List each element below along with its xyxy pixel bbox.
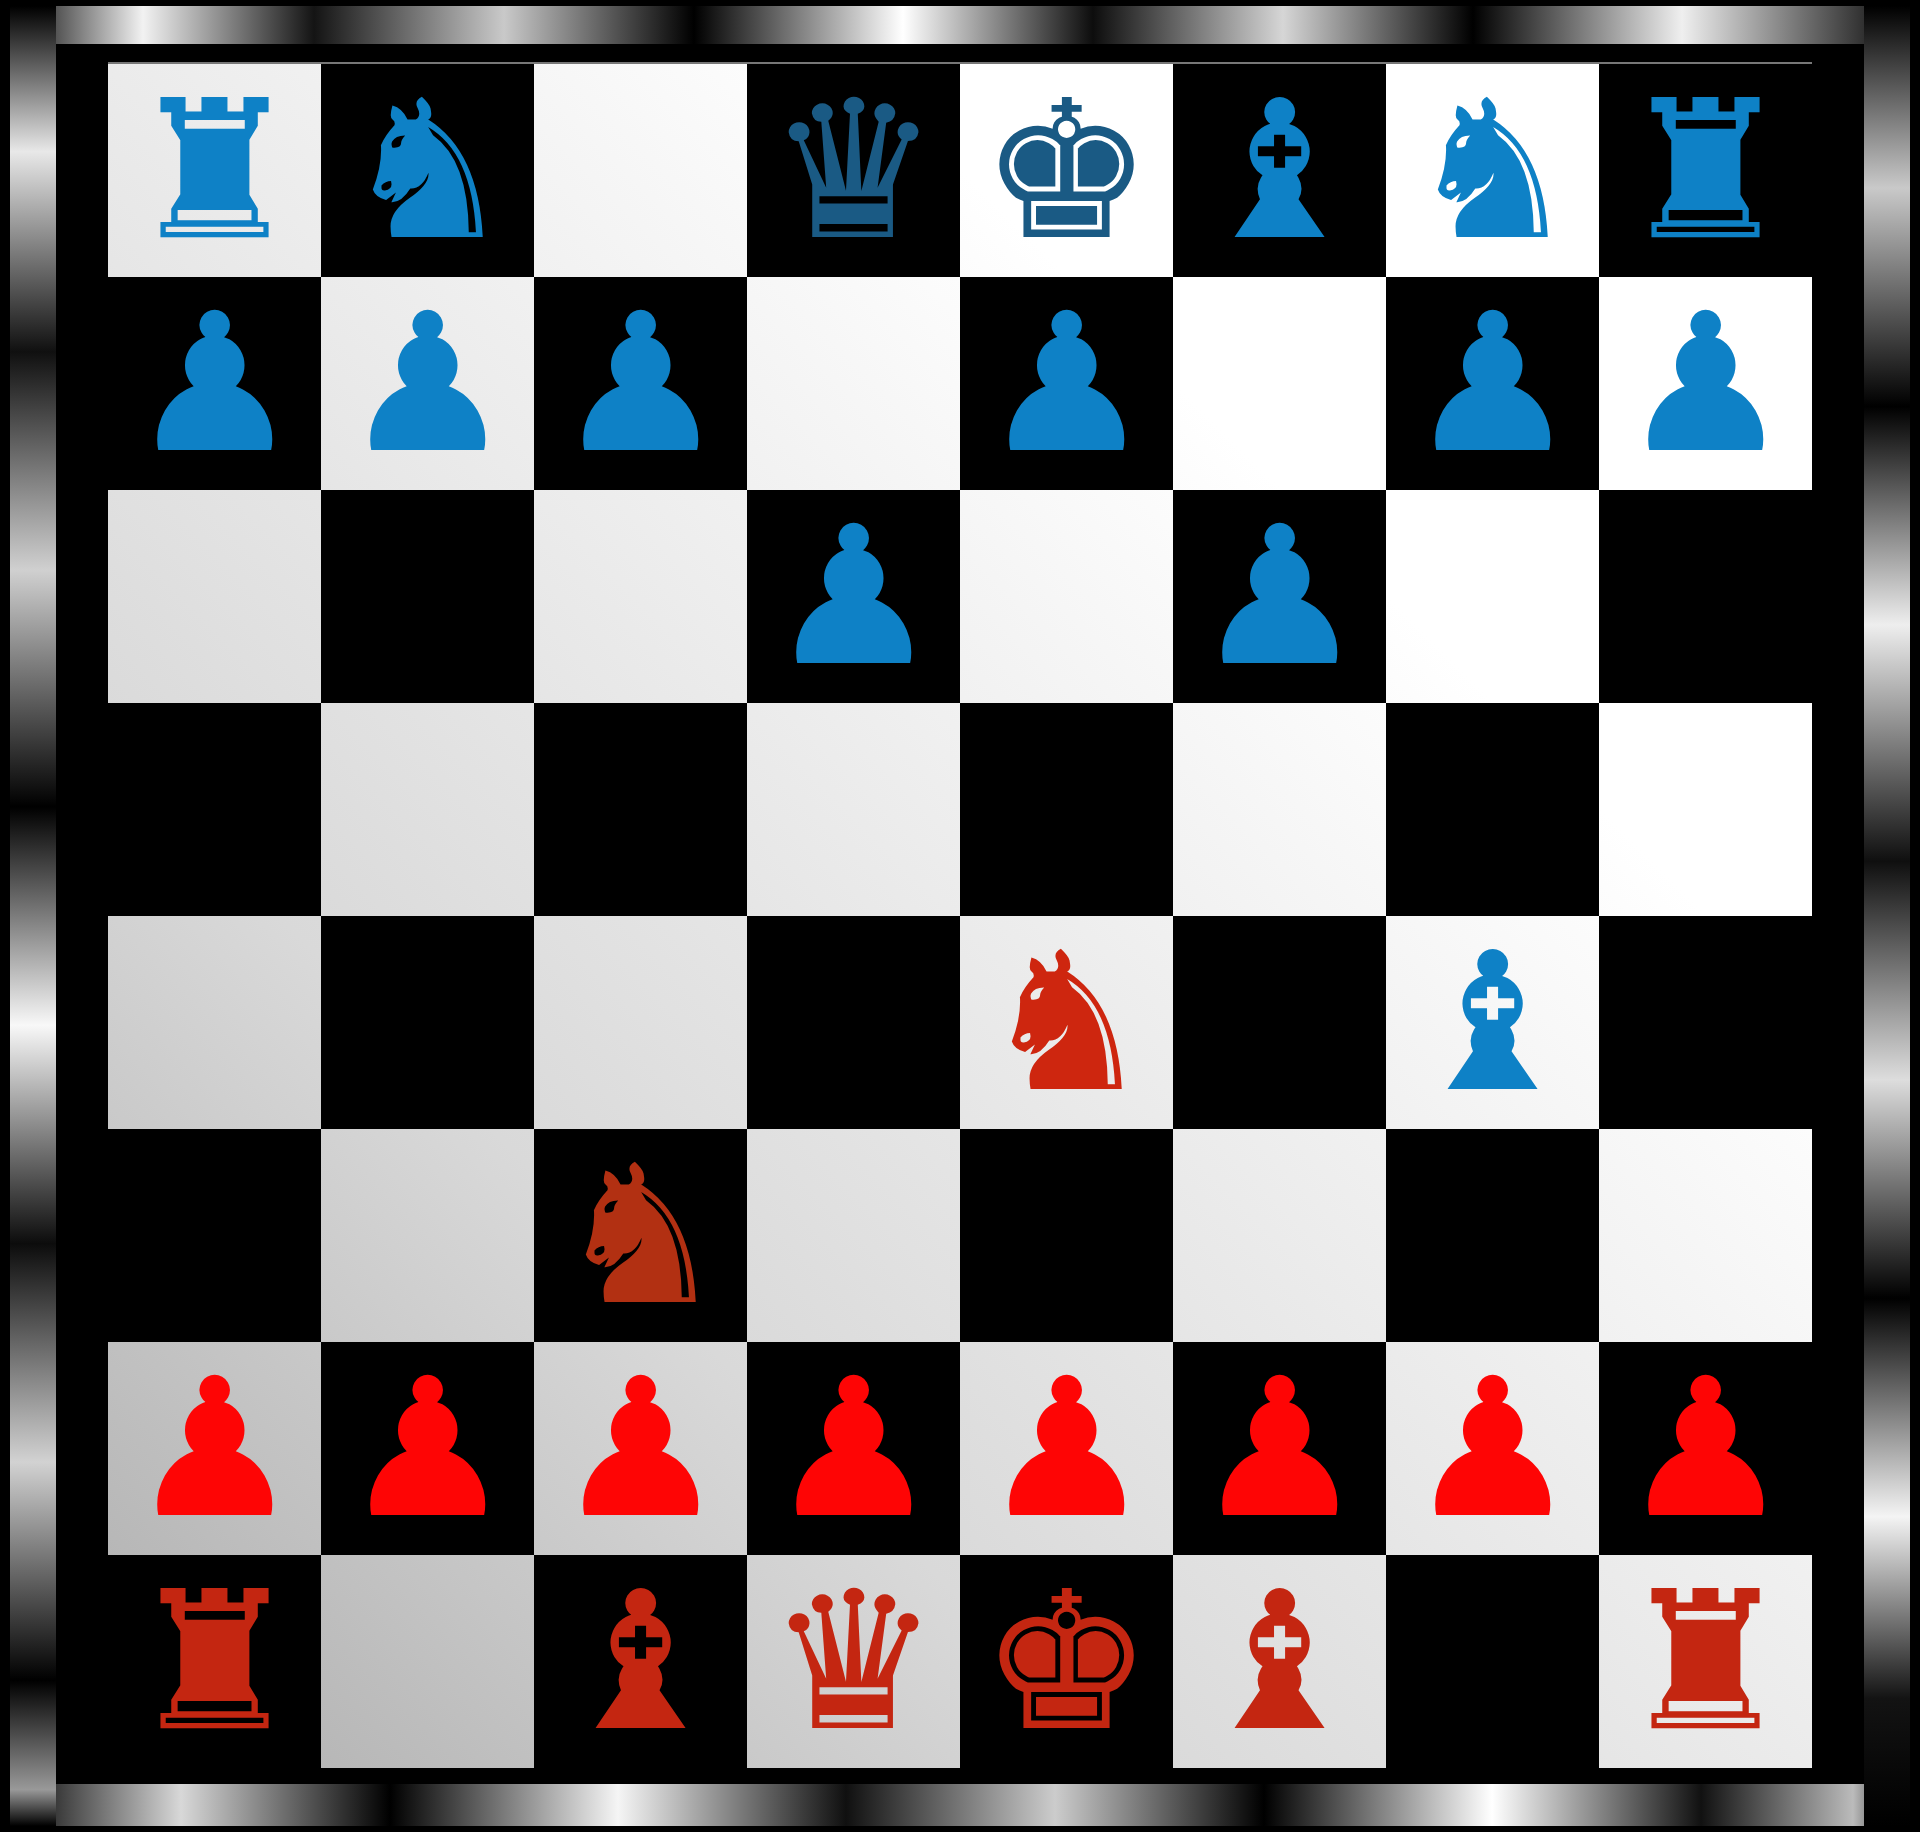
- square-b8[interactable]: ♞: [321, 64, 534, 277]
- square-a5[interactable]: [108, 703, 321, 916]
- square-e2[interactable]: ♟: [960, 1342, 1173, 1555]
- square-a8[interactable]: ♜: [108, 64, 321, 277]
- square-a3[interactable]: [108, 1129, 321, 1342]
- blue-pawn-b7: ♟: [321, 277, 534, 490]
- red-knight-e4: ♞: [960, 916, 1173, 1129]
- square-e6[interactable]: [960, 490, 1173, 703]
- red-rook-a1: ♜: [108, 1555, 321, 1768]
- square-f1[interactable]: ♝: [1173, 1555, 1386, 1768]
- red-pawn-g2: ♟: [1386, 1342, 1599, 1555]
- square-e3[interactable]: [960, 1129, 1173, 1342]
- square-g3[interactable]: [1386, 1129, 1599, 1342]
- red-knight-c3: ♞: [534, 1129, 747, 1342]
- blue-pawn-e7: ♟: [960, 277, 1173, 490]
- square-d4[interactable]: [747, 916, 960, 1129]
- square-h1[interactable]: ♜: [1599, 1555, 1812, 1768]
- red-pawn-c2: ♟: [534, 1342, 747, 1555]
- square-c5[interactable]: [534, 703, 747, 916]
- square-h8[interactable]: ♜: [1599, 64, 1812, 277]
- square-h6[interactable]: [1599, 490, 1812, 703]
- square-a4[interactable]: [108, 916, 321, 1129]
- red-queen-d1: ♛: [747, 1555, 960, 1768]
- blue-king-e8: ♚: [960, 64, 1173, 277]
- square-b4[interactable]: [321, 916, 534, 1129]
- blue-rook-a8: ♜: [108, 64, 321, 277]
- square-e5[interactable]: [960, 703, 1173, 916]
- square-d5[interactable]: [747, 703, 960, 916]
- square-e7[interactable]: ♟: [960, 277, 1173, 490]
- blue-pawn-f6: ♟: [1173, 490, 1386, 703]
- square-d6[interactable]: ♟: [747, 490, 960, 703]
- square-a6[interactable]: [108, 490, 321, 703]
- square-c3[interactable]: ♞: [534, 1129, 747, 1342]
- square-a7[interactable]: ♟: [108, 277, 321, 490]
- square-g1[interactable]: [1386, 1555, 1599, 1768]
- square-g5[interactable]: [1386, 703, 1599, 916]
- square-f5[interactable]: [1173, 703, 1386, 916]
- square-f8[interactable]: ♝: [1173, 64, 1386, 277]
- square-h7[interactable]: ♟: [1599, 277, 1812, 490]
- blue-bishop-g4: ♝: [1386, 916, 1599, 1129]
- red-pawn-a2: ♟: [108, 1342, 321, 1555]
- red-pawn-f2: ♟: [1173, 1342, 1386, 1555]
- square-c2[interactable]: ♟: [534, 1342, 747, 1555]
- square-g6[interactable]: [1386, 490, 1599, 703]
- square-d1[interactable]: ♛: [747, 1555, 960, 1768]
- frame-metal-left: [10, 6, 56, 1826]
- blue-pawn-a7: ♟: [108, 277, 321, 490]
- square-f6[interactable]: ♟: [1173, 490, 1386, 703]
- square-b7[interactable]: ♟: [321, 277, 534, 490]
- square-c7[interactable]: ♟: [534, 277, 747, 490]
- square-e8[interactable]: ♚: [960, 64, 1173, 277]
- blue-pawn-d6: ♟: [747, 490, 960, 703]
- square-b1[interactable]: [321, 1555, 534, 1768]
- square-h4[interactable]: [1599, 916, 1812, 1129]
- red-pawn-b2: ♟: [321, 1342, 534, 1555]
- red-pawn-e2: ♟: [960, 1342, 1173, 1555]
- blue-rook-h8: ♜: [1599, 64, 1812, 277]
- square-d8[interactable]: ♛: [747, 64, 960, 277]
- red-rook-h1: ♜: [1599, 1555, 1812, 1768]
- frame-metal-bottom: [10, 1784, 1910, 1826]
- square-b5[interactable]: [321, 703, 534, 916]
- square-a2[interactable]: ♟: [108, 1342, 321, 1555]
- red-pawn-h2: ♟: [1599, 1342, 1812, 1555]
- blue-bishop-f8: ♝: [1173, 64, 1386, 277]
- square-c1[interactable]: ♝: [534, 1555, 747, 1768]
- square-d3[interactable]: [747, 1129, 960, 1342]
- blue-knight-g8: ♞: [1386, 64, 1599, 277]
- blue-pawn-h7: ♟: [1599, 277, 1812, 490]
- square-b3[interactable]: [321, 1129, 534, 1342]
- frame-metal-right: [1864, 6, 1910, 1826]
- red-king-e1: ♚: [960, 1555, 1173, 1768]
- square-g8[interactable]: ♞: [1386, 64, 1599, 277]
- square-e1[interactable]: ♚: [960, 1555, 1173, 1768]
- red-bishop-f1: ♝: [1173, 1555, 1386, 1768]
- square-d2[interactable]: ♟: [747, 1342, 960, 1555]
- red-bishop-c1: ♝: [534, 1555, 747, 1768]
- square-a1[interactable]: ♜: [108, 1555, 321, 1768]
- square-c4[interactable]: [534, 916, 747, 1129]
- frame-metal-top: [10, 6, 1910, 44]
- square-h2[interactable]: ♟: [1599, 1342, 1812, 1555]
- red-pawn-d2: ♟: [747, 1342, 960, 1555]
- square-b6[interactable]: [321, 490, 534, 703]
- square-c8[interactable]: [534, 64, 747, 277]
- blue-queen-d8: ♛: [747, 64, 960, 277]
- square-e4[interactable]: ♞: [960, 916, 1173, 1129]
- square-f3[interactable]: [1173, 1129, 1386, 1342]
- blue-pawn-g7: ♟: [1386, 277, 1599, 490]
- square-c6[interactable]: [534, 490, 747, 703]
- square-h3[interactable]: [1599, 1129, 1812, 1342]
- blue-knight-b8: ♞: [321, 64, 534, 277]
- blue-pawn-c7: ♟: [534, 277, 747, 490]
- square-f7[interactable]: [1173, 277, 1386, 490]
- square-g4[interactable]: ♝: [1386, 916, 1599, 1129]
- square-f4[interactable]: [1173, 916, 1386, 1129]
- square-b2[interactable]: ♟: [321, 1342, 534, 1555]
- square-d7[interactable]: [747, 277, 960, 490]
- square-f2[interactable]: ♟: [1173, 1342, 1386, 1555]
- chess-board: ♜♞♛♚♝♞♜♟♟♟♟♟♟♟♟♞♝♞♟♟♟♟♟♟♟♟♜♝♛♚♝♜: [108, 64, 1812, 1768]
- square-g2[interactable]: ♟: [1386, 1342, 1599, 1555]
- square-g7[interactable]: ♟: [1386, 277, 1599, 490]
- board-frame: ♜♞♛♚♝♞♜♟♟♟♟♟♟♟♟♞♝♞♟♟♟♟♟♟♟♟♜♝♛♚♝♜: [0, 0, 1920, 1832]
- square-h5[interactable]: [1599, 703, 1812, 916]
